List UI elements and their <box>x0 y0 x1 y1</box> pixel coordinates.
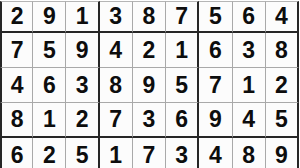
cell-r5c9[interactable]: 9 <box>266 138 299 168</box>
cell-r4c1[interactable]: 8 <box>0 103 33 138</box>
cell-r2c5[interactable]: 2 <box>133 33 166 68</box>
cell-r5c1[interactable]: 6 <box>0 138 33 168</box>
cell-r1c9[interactable]: 4 <box>266 1 299 33</box>
cell-r1c3[interactable]: 1 <box>66 1 99 33</box>
cell-r1c4[interactable]: 3 <box>100 1 133 33</box>
cell-r1c2[interactable]: 9 <box>33 1 66 33</box>
cell-r2c4[interactable]: 4 <box>100 33 133 68</box>
cell-r5c5[interactable]: 7 <box>133 138 166 168</box>
cell-r3c3[interactable]: 3 <box>66 68 99 103</box>
cell-r1c1[interactable]: 2 <box>0 1 33 33</box>
cell-r3c5[interactable]: 9 <box>133 68 166 103</box>
cell-r4c6[interactable]: 6 <box>166 103 199 138</box>
cell-r1c6[interactable]: 7 <box>166 1 199 33</box>
cell-r5c7[interactable]: 4 <box>199 138 232 168</box>
cell-r4c9[interactable]: 5 <box>266 103 299 138</box>
cell-r3c6[interactable]: 5 <box>166 68 199 103</box>
cell-r3c8[interactable]: 1 <box>233 68 266 103</box>
cell-r4c3[interactable]: 2 <box>66 103 99 138</box>
cell-r2c7[interactable]: 6 <box>199 33 232 68</box>
cell-r1c8[interactable]: 6 <box>233 1 266 33</box>
cell-r4c4[interactable]: 7 <box>100 103 133 138</box>
cell-r5c8[interactable]: 8 <box>233 138 266 168</box>
sudoku-board: 2913875647594216384638957128127369456251… <box>0 1 299 168</box>
cell-r2c1[interactable]: 7 <box>0 33 33 68</box>
cell-r2c3[interactable]: 9 <box>66 33 99 68</box>
cell-r4c8[interactable]: 4 <box>233 103 266 138</box>
cell-r3c7[interactable]: 7 <box>199 68 232 103</box>
sudoku-screenshot: 2913875647594216384638957128127369456251… <box>0 0 300 168</box>
cell-r3c9[interactable]: 2 <box>266 68 299 103</box>
cell-r3c1[interactable]: 4 <box>0 68 33 103</box>
cell-r2c6[interactable]: 1 <box>166 33 199 68</box>
cell-r5c2[interactable]: 2 <box>33 138 66 168</box>
cell-r1c5[interactable]: 8 <box>133 1 166 33</box>
cell-r4c5[interactable]: 3 <box>133 103 166 138</box>
cell-r2c2[interactable]: 5 <box>33 33 66 68</box>
cell-r3c4[interactable]: 8 <box>100 68 133 103</box>
cell-r4c2[interactable]: 1 <box>33 103 66 138</box>
cell-r5c3[interactable]: 5 <box>66 138 99 168</box>
cell-r4c7[interactable]: 9 <box>199 103 232 138</box>
cell-r1c7[interactable]: 5 <box>199 1 232 33</box>
cell-r2c9[interactable]: 8 <box>266 33 299 68</box>
cell-r3c2[interactable]: 6 <box>33 68 66 103</box>
cell-r2c8[interactable]: 3 <box>233 33 266 68</box>
cell-r5c4[interactable]: 1 <box>100 138 133 168</box>
cell-r5c6[interactable]: 3 <box>166 138 199 168</box>
